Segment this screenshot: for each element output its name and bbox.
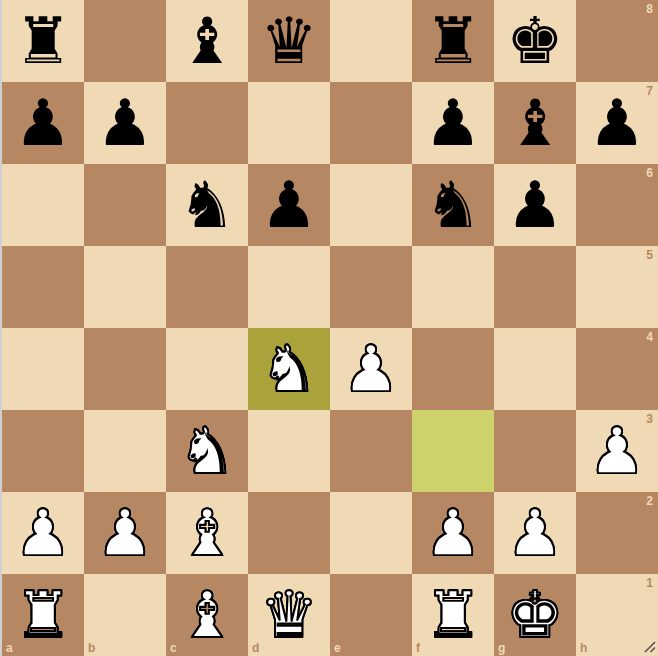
square-g3[interactable]: [494, 410, 576, 492]
black-pawn-a7[interactable]: ♟: [2, 82, 84, 164]
square-g4[interactable]: [494, 328, 576, 410]
square-h2[interactable]: 2: [576, 492, 658, 574]
square-g7[interactable]: ♝: [494, 82, 576, 164]
white-queen-d1[interactable]: ♛: [248, 574, 330, 656]
rank-label-5: 5: [646, 248, 653, 262]
square-b6[interactable]: [84, 164, 166, 246]
square-c7[interactable]: [166, 82, 248, 164]
square-b1[interactable]: b: [84, 574, 166, 656]
white-rook-a1[interactable]: ♜: [2, 574, 84, 656]
square-d6[interactable]: ♟: [248, 164, 330, 246]
square-b3[interactable]: [84, 410, 166, 492]
square-e2[interactable]: [330, 492, 412, 574]
white-pawn-g2[interactable]: ♟: [494, 492, 576, 574]
square-a2[interactable]: ♟: [2, 492, 84, 574]
square-d4[interactable]: ♞: [248, 328, 330, 410]
rank-label-4: 4: [646, 330, 653, 344]
square-f5[interactable]: [412, 246, 494, 328]
square-e1[interactable]: e: [330, 574, 412, 656]
square-f8[interactable]: ♜: [412, 0, 494, 82]
square-g1[interactable]: ♚g: [494, 574, 576, 656]
black-rook-f8[interactable]: ♜: [412, 0, 494, 82]
rank-label-6: 6: [646, 166, 653, 180]
square-e8[interactable]: [330, 0, 412, 82]
square-b2[interactable]: ♟: [84, 492, 166, 574]
square-b7[interactable]: ♟: [84, 82, 166, 164]
square-c5[interactable]: [166, 246, 248, 328]
white-rook-f1[interactable]: ♜: [412, 574, 494, 656]
square-d5[interactable]: [248, 246, 330, 328]
square-g8[interactable]: ♚: [494, 0, 576, 82]
square-c8[interactable]: ♝: [166, 0, 248, 82]
square-f1[interactable]: ♜f: [412, 574, 494, 656]
square-d8[interactable]: ♛: [248, 0, 330, 82]
square-a8[interactable]: ♜: [2, 0, 84, 82]
file-label-b: b: [88, 641, 95, 655]
square-h5[interactable]: 5: [576, 246, 658, 328]
square-e5[interactable]: [330, 246, 412, 328]
black-pawn-d6[interactable]: ♟: [248, 164, 330, 246]
square-g5[interactable]: [494, 246, 576, 328]
square-f7[interactable]: ♟: [412, 82, 494, 164]
white-pawn-e4[interactable]: ♟: [330, 328, 412, 410]
square-d2[interactable]: [248, 492, 330, 574]
square-f3[interactable]: [412, 410, 494, 492]
square-c1[interactable]: ♝c: [166, 574, 248, 656]
rank-label-8: 8: [646, 2, 653, 16]
square-c4[interactable]: [166, 328, 248, 410]
square-a6[interactable]: [2, 164, 84, 246]
square-g2[interactable]: ♟: [494, 492, 576, 574]
white-king-g1[interactable]: ♚: [494, 574, 576, 656]
white-bishop-c1[interactable]: ♝: [166, 574, 248, 656]
square-c2[interactable]: ♝: [166, 492, 248, 574]
square-b5[interactable]: [84, 246, 166, 328]
black-knight-f6[interactable]: ♞: [412, 164, 494, 246]
black-pawn-b7[interactable]: ♟: [84, 82, 166, 164]
white-pawn-h3[interactable]: ♟: [576, 410, 658, 492]
white-pawn-b2[interactable]: ♟: [84, 492, 166, 574]
board-resize-handle-icon[interactable]: [644, 641, 656, 653]
square-h3[interactable]: ♟3: [576, 410, 658, 492]
square-h6[interactable]: 6: [576, 164, 658, 246]
square-d1[interactable]: ♛d: [248, 574, 330, 656]
black-king-g8[interactable]: ♚: [494, 0, 576, 82]
black-pawn-g6[interactable]: ♟: [494, 164, 576, 246]
square-h4[interactable]: 4: [576, 328, 658, 410]
square-f6[interactable]: ♞: [412, 164, 494, 246]
file-label-e: e: [334, 641, 341, 655]
white-pawn-a2[interactable]: ♟: [2, 492, 84, 574]
black-pawn-f7[interactable]: ♟: [412, 82, 494, 164]
black-rook-a8[interactable]: ♜: [2, 0, 84, 82]
black-queen-d8[interactable]: ♛: [248, 0, 330, 82]
rank-label-2: 2: [646, 494, 653, 508]
square-d3[interactable]: [248, 410, 330, 492]
file-label-h: h: [580, 641, 587, 655]
square-h7[interactable]: ♟7: [576, 82, 658, 164]
square-f2[interactable]: ♟: [412, 492, 494, 574]
white-bishop-c2[interactable]: ♝: [166, 492, 248, 574]
square-a7[interactable]: ♟: [2, 82, 84, 164]
square-c6[interactable]: ♞: [166, 164, 248, 246]
rank-label-1: 1: [646, 576, 653, 590]
white-knight-c3[interactable]: ♞: [166, 410, 248, 492]
square-g6[interactable]: ♟: [494, 164, 576, 246]
square-e6[interactable]: [330, 164, 412, 246]
square-a5[interactable]: [2, 246, 84, 328]
black-bishop-g7[interactable]: ♝: [494, 82, 576, 164]
square-a4[interactable]: [2, 328, 84, 410]
square-h8[interactable]: 8: [576, 0, 658, 82]
chess-board: ♜♝♛♜♚8♟♟♟♝♟7♞♟♞♟65♞♟4♞♟3♟♟♝♟♟2♜ab♝c♛de♜f…: [2, 0, 658, 656]
square-b8[interactable]: [84, 0, 166, 82]
square-e4[interactable]: ♟: [330, 328, 412, 410]
square-c3[interactable]: ♞: [166, 410, 248, 492]
square-e3[interactable]: [330, 410, 412, 492]
square-a3[interactable]: [2, 410, 84, 492]
square-f4[interactable]: [412, 328, 494, 410]
white-knight-d4[interactable]: ♞: [248, 328, 330, 410]
square-d7[interactable]: [248, 82, 330, 164]
white-pawn-f2[interactable]: ♟: [412, 492, 494, 574]
black-pawn-h7[interactable]: ♟: [576, 82, 658, 164]
black-knight-c6[interactable]: ♞: [166, 164, 248, 246]
square-e7[interactable]: [330, 82, 412, 164]
square-b4[interactable]: [84, 328, 166, 410]
square-a1[interactable]: ♜a: [2, 574, 84, 656]
black-bishop-c8[interactable]: ♝: [166, 0, 248, 82]
